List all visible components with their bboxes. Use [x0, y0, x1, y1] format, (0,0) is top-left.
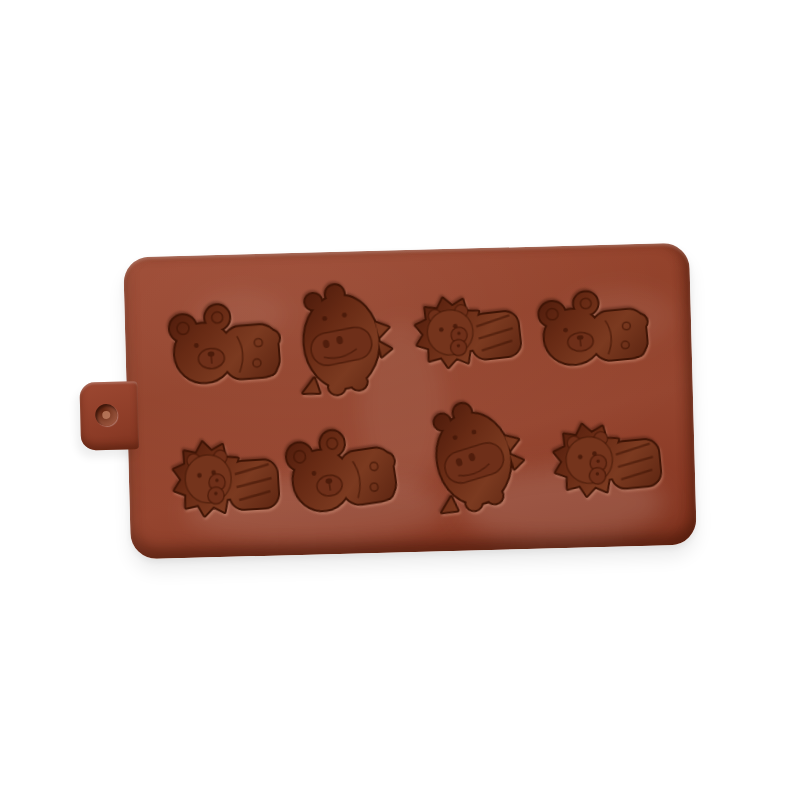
- hanging-hole: [95, 404, 118, 427]
- cavity-bear-r2c2: [277, 412, 406, 532]
- hippo-shape-icon: [293, 282, 393, 397]
- cavity-bear-r1c4: [531, 277, 656, 383]
- chocolate-mold-tray: [123, 243, 697, 560]
- cavity-lion-r1c3: [407, 278, 527, 384]
- bear-shape-icon: [531, 277, 656, 383]
- lion-shape-icon: [167, 425, 284, 532]
- hanging-tab: [79, 381, 139, 450]
- cavity-hippo-r2c3: [422, 396, 530, 517]
- cavity-hippo-r1c2: [293, 282, 393, 397]
- bear-shape-icon: [162, 290, 288, 401]
- bear-shape-icon: [277, 412, 406, 532]
- photo-background: [0, 0, 800, 800]
- cavity-lion-r2c1: [167, 425, 284, 532]
- hippo-shape-icon: [422, 396, 530, 517]
- lion-shape-icon: [546, 405, 667, 512]
- cavity-lion-r2c4: [546, 405, 667, 512]
- cavity-bear-r1c1: [162, 290, 288, 401]
- lion-shape-icon: [407, 278, 527, 384]
- cavity-grid: [123, 243, 689, 258]
